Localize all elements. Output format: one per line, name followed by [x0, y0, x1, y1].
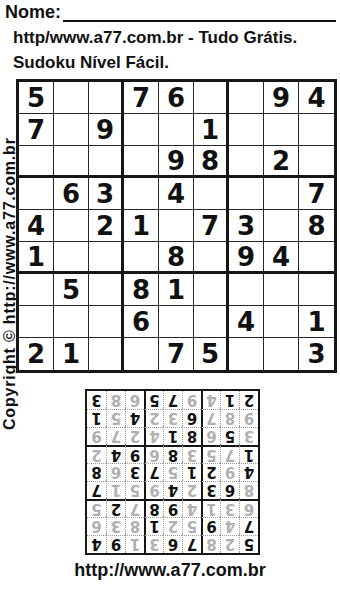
puzzle-cell-r8c5[interactable]: [159, 306, 194, 338]
name-label: Nome:: [5, 2, 61, 22]
solution-cell-r2c9: 6: [87, 517, 106, 535]
puzzle-cell-r5c9: 8: [299, 210, 334, 242]
puzzle-cell-r1c2[interactable]: [54, 82, 89, 114]
solution-cell-r1c3: 8: [201, 535, 220, 553]
solution-cell-r1c6: 3: [144, 535, 163, 553]
name-underline[interactable]: [63, 3, 336, 22]
puzzle-cell-r2c3: 9: [89, 114, 124, 146]
solution-cell-r7c4: 8: [182, 427, 201, 445]
puzzle-cell-r7c3[interactable]: [89, 274, 124, 306]
puzzle-cell-r9c4[interactable]: [124, 338, 159, 370]
solution-cell-r6c9: 2: [87, 445, 106, 463]
site-title: http/www.a77.com.br - Tudo Grátis.: [13, 28, 297, 48]
solution-cell-r7c6: 4: [144, 427, 163, 445]
puzzle-cell-r6c1: 1: [19, 242, 54, 274]
solution-cell-r8c4: 6: [182, 409, 201, 427]
puzzle-cell-r3c9[interactable]: [299, 146, 334, 178]
puzzle-cell-r5c6: 7: [194, 210, 229, 242]
puzzle-cell-r8c7: 4: [229, 306, 264, 338]
solution-cell-r2c5: 2: [163, 517, 182, 535]
solution-cell-r8c3: 7: [201, 409, 220, 427]
solution-cell-r4c4: 2: [182, 481, 201, 499]
solution-cell-r4c2: 6: [220, 481, 239, 499]
puzzle-cell-r3c5: 9: [159, 146, 194, 178]
puzzle-cell-r9c8[interactable]: [264, 338, 299, 370]
solution-cell-r7c9: 9: [87, 427, 106, 445]
solution-cell-r8c9: 1: [87, 409, 106, 427]
solution-cell-r5c3: 2: [201, 463, 220, 481]
puzzle-cell-r5c3: 2: [89, 210, 124, 242]
solution-cell-r4c6: 9: [144, 481, 163, 499]
solution-cell-r6c3: 5: [201, 445, 220, 463]
solution-cell-r3c3: 1: [201, 499, 220, 517]
solution-cell-r6c7: 9: [125, 445, 144, 463]
puzzle-cell-r8c6[interactable]: [194, 306, 229, 338]
solution-cell-r2c8: 3: [106, 517, 125, 535]
solution-cell-r4c3: 3: [201, 481, 220, 499]
puzzle-cell-r3c2[interactable]: [54, 146, 89, 178]
puzzle-cell-r5c2[interactable]: [54, 210, 89, 242]
puzzle-cell-r9c1: 2: [19, 338, 54, 370]
sudoku-solution-grid-rotated: 5287631947495218366314987258632495174921…: [85, 389, 260, 555]
puzzle-cell-r7c4: 8: [124, 274, 159, 306]
solution-cell-r9c3: 4: [201, 391, 220, 409]
puzzle-cell-r1c4: 7: [124, 82, 159, 114]
solution-cell-r5c8: 6: [106, 463, 125, 481]
solution-cell-r3c2: 3: [220, 499, 239, 517]
solution-cell-r3c4: 4: [182, 499, 201, 517]
solution-cell-r3c5: 9: [163, 499, 182, 517]
solution-cell-r1c2: 2: [220, 535, 239, 553]
solution-cell-r3c7: 7: [125, 499, 144, 517]
puzzle-cell-r4c5: 4: [159, 178, 194, 210]
puzzle-cell-r8c4: 6: [124, 306, 159, 338]
solution-cell-r4c9: 7: [87, 481, 106, 499]
puzzle-cell-r1c8: 9: [264, 82, 299, 114]
solution-cell-r2c1: 7: [239, 517, 258, 535]
puzzle-cell-r1c1: 5: [19, 82, 54, 114]
solution-cell-r9c4: 9: [182, 391, 201, 409]
puzzle-cell-r1c6[interactable]: [194, 82, 229, 114]
puzzle-cell-r9c5: 7: [159, 338, 194, 370]
puzzle-cell-r3c6: 8: [194, 146, 229, 178]
solution-cell-r5c4: 1: [182, 463, 201, 481]
solution-cell-r1c9: 4: [87, 535, 106, 553]
puzzle-cell-r7c2: 5: [54, 274, 89, 306]
puzzle-cell-r4c3: 3: [89, 178, 124, 210]
puzzle-cell-r5c7: 3: [229, 210, 264, 242]
solution-cell-r4c5: 4: [163, 481, 182, 499]
puzzle-cell-r9c7[interactable]: [229, 338, 264, 370]
solution-cell-r4c1: 8: [239, 481, 258, 499]
solution-cell-r5c1: 4: [239, 463, 258, 481]
puzzle-cell-r5c5[interactable]: [159, 210, 194, 242]
puzzle-cell-r8c2[interactable]: [54, 306, 89, 338]
name-row: Nome:: [5, 2, 336, 22]
puzzle-cell-r7c8[interactable]: [264, 274, 299, 306]
puzzle-cell-r6c9[interactable]: [299, 242, 334, 274]
puzzle-cell-r7c6[interactable]: [194, 274, 229, 306]
puzzle-cell-r7c1[interactable]: [19, 274, 54, 306]
sudoku-puzzle-grid: 576947919826347421738189458164121753: [16, 79, 337, 373]
solution-cell-r5c7: 3: [125, 463, 144, 481]
puzzle-cell-r9c2: 1: [54, 338, 89, 370]
solution-cell-r7c8: 7: [106, 427, 125, 445]
solution-cell-r6c4: 3: [182, 445, 201, 463]
solution-cell-r8c8: 5: [106, 409, 125, 427]
solution-cell-r1c4: 7: [182, 535, 201, 553]
solution-cell-r8c5: 3: [163, 409, 182, 427]
solution-cell-r3c8: 2: [106, 499, 125, 517]
puzzle-cell-r1c7[interactable]: [229, 82, 264, 114]
puzzle-cell-r4c9: 7: [299, 178, 334, 210]
puzzle-cell-r6c4[interactable]: [124, 242, 159, 274]
solution-cell-r7c1: 3: [239, 427, 258, 445]
puzzle-cell-r4c8[interactable]: [264, 178, 299, 210]
solution-cell-r9c5: 7: [163, 391, 182, 409]
solution-cell-r7c5: 1: [163, 427, 182, 445]
puzzle-cell-r6c5: 8: [159, 242, 194, 274]
solution-cell-r4c7: 5: [125, 481, 144, 499]
puzzle-cell-r6c8: 4: [264, 242, 299, 274]
solution-cell-r2c6: 1: [144, 517, 163, 535]
puzzle-cell-r4c4[interactable]: [124, 178, 159, 210]
puzzle-cell-r8c8[interactable]: [264, 306, 299, 338]
solution-cell-r9c6: 5: [144, 391, 163, 409]
puzzle-cell-r2c9[interactable]: [299, 114, 334, 146]
puzzle-cell-r6c7: 9: [229, 242, 264, 274]
puzzle-cell-r7c5: 1: [159, 274, 194, 306]
puzzle-cell-r9c3[interactable]: [89, 338, 124, 370]
solution-cell-r2c2: 4: [220, 517, 239, 535]
solution-cell-r2c4: 5: [182, 517, 201, 535]
puzzle-cell-r7c7[interactable]: [229, 274, 264, 306]
solution-cell-r6c8: 4: [106, 445, 125, 463]
puzzle-cell-r9c9: 3: [299, 338, 334, 370]
solution-cell-r7c7: 2: [125, 427, 144, 445]
solution-cell-r9c9: 3: [87, 391, 106, 409]
puzzle-cell-r4c1[interactable]: [19, 178, 54, 210]
puzzle-cell-r5c4: 1: [124, 210, 159, 242]
solution-cell-r1c1: 5: [239, 535, 258, 553]
solution-cell-r6c6: 6: [144, 445, 163, 463]
puzzle-cell-r8c3[interactable]: [89, 306, 124, 338]
puzzle-cell-r4c7[interactable]: [229, 178, 264, 210]
solution-cell-r1c8: 9: [106, 535, 125, 553]
solution-cell-r7c3: 6: [201, 427, 220, 445]
sudoku-print-page: Nome: http/www.a77.com.br - Tudo Grátis.…: [0, 0, 340, 596]
puzzle-cell-r4c2: 6: [54, 178, 89, 210]
puzzle-cell-r2c4[interactable]: [124, 114, 159, 146]
solution-cell-r9c1: 2: [239, 391, 258, 409]
solution-cell-r3c6: 8: [144, 499, 163, 517]
solution-cell-r3c9: 5: [87, 499, 106, 517]
puzzle-cell-r6c6[interactable]: [194, 242, 229, 274]
solution-cell-r6c2: 7: [220, 445, 239, 463]
solution-cell-r6c5: 8: [163, 445, 182, 463]
puzzle-cell-r6c2[interactable]: [54, 242, 89, 274]
puzzle-cell-r1c5: 6: [159, 82, 194, 114]
solution-cell-r1c7: 1: [125, 535, 144, 553]
puzzle-cell-r3c7[interactable]: [229, 146, 264, 178]
puzzle-cell-r7c9[interactable]: [299, 274, 334, 306]
solution-cell-r3c1: 6: [239, 499, 258, 517]
solution-cell-r2c3: 9: [201, 517, 220, 535]
solution-cell-r9c8: 8: [106, 391, 125, 409]
puzzle-cell-r2c2[interactable]: [54, 114, 89, 146]
puzzle-cell-r2c5[interactable]: [159, 114, 194, 146]
solution-cell-r6c1: 1: [239, 445, 258, 463]
puzzle-cell-r3c3[interactable]: [89, 146, 124, 178]
puzzle-cell-r6c3[interactable]: [89, 242, 124, 274]
solution-cell-r5c9: 8: [87, 463, 106, 481]
solution-cell-r5c2: 9: [220, 463, 239, 481]
footer-url: http://www.a77.com.br: [0, 560, 340, 581]
solution-cell-r1c5: 6: [163, 535, 182, 553]
solution-cell-r8c7: 4: [125, 409, 144, 427]
puzzle-cell-r8c9: 1: [299, 306, 334, 338]
puzzle-cell-r1c9: 4: [299, 82, 334, 114]
solution-cell-r8c1: 9: [239, 409, 258, 427]
solution-cell-r9c2: 1: [220, 391, 239, 409]
puzzle-cell-r2c7[interactable]: [229, 114, 264, 146]
puzzle-cell-r9c6: 5: [194, 338, 229, 370]
puzzle-cell-r2c1: 7: [19, 114, 54, 146]
puzzle-cell-r2c6: 1: [194, 114, 229, 146]
puzzle-cell-r5c8[interactable]: [264, 210, 299, 242]
puzzle-cell-r2c8[interactable]: [264, 114, 299, 146]
solution-cell-r8c6: 2: [144, 409, 163, 427]
puzzle-cell-r1c3[interactable]: [89, 82, 124, 114]
puzzle-cell-r3c1[interactable]: [19, 146, 54, 178]
solution-cell-r8c2: 8: [220, 409, 239, 427]
solution-cell-r5c6: 7: [144, 463, 163, 481]
puzzle-cell-r3c8: 2: [264, 146, 299, 178]
puzzle-cell-r3c4[interactable]: [124, 146, 159, 178]
puzzle-cell-r4c6[interactable]: [194, 178, 229, 210]
solution-cell-r4c8: 1: [106, 481, 125, 499]
puzzle-cell-r5c1: 4: [19, 210, 54, 242]
solution-cell-r5c5: 5: [163, 463, 182, 481]
puzzle-cell-r8c1[interactable]: [19, 306, 54, 338]
solution-cell-r9c7: 6: [125, 391, 144, 409]
solution-cell-r7c2: 5: [220, 427, 239, 445]
puzzle-level-title: Sudoku Nível Fácil.: [13, 53, 169, 73]
solution-cell-r2c7: 8: [125, 517, 144, 535]
